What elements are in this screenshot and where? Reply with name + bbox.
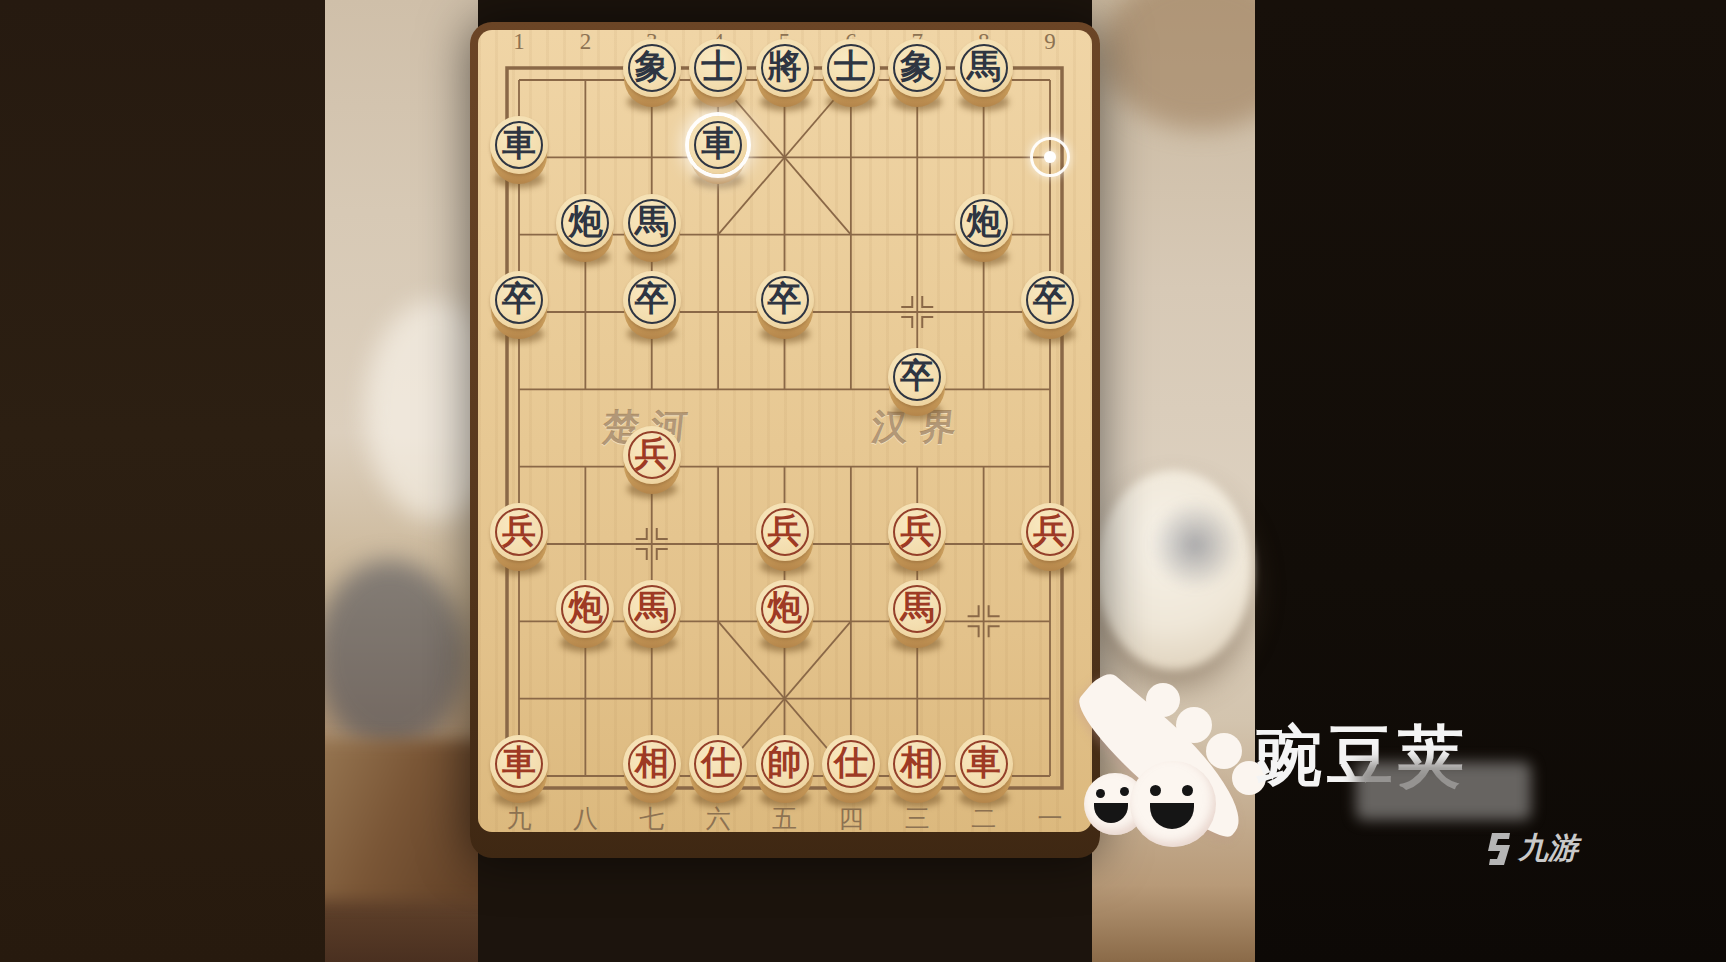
piece-red-soldier-file5-rank7[interactable]: 兵	[754, 501, 816, 575]
piece-face: 相	[888, 735, 946, 793]
piece-face: 象	[623, 39, 681, 97]
piece-face: 炮	[556, 580, 614, 638]
pea-face-large	[1130, 761, 1216, 847]
blurred-piece-character	[1150, 500, 1240, 590]
piece-character: 馬	[900, 591, 934, 625]
piece-black-soldier-file1-rank4[interactable]: 卒	[488, 269, 550, 343]
piece-black-advisor-file6-rank1[interactable]: 士	[820, 37, 882, 111]
piece-red-soldier-file3-rank6[interactable]: 兵	[621, 424, 683, 498]
piece-face: 兵	[756, 503, 814, 561]
piece-red-advisor-file4-rank10[interactable]: 仕	[687, 733, 749, 807]
file-label-top-9: 9	[1044, 29, 1056, 55]
wood-grain-texture	[478, 30, 1092, 832]
piece-face: 士	[689, 39, 747, 97]
piece-character: 帥	[768, 746, 802, 780]
piece-ring: 士	[694, 44, 742, 92]
piece-character: 車	[701, 127, 735, 161]
piece-character: 卒	[900, 359, 934, 393]
piece-ring: 炮	[561, 199, 609, 247]
piece-ring: 炮	[960, 199, 1008, 247]
piece-black-horse-file8-rank1[interactable]: 馬	[953, 37, 1015, 111]
piece-character: 仕	[834, 746, 868, 780]
piece-black-elephant-file7-rank1[interactable]: 象	[886, 37, 948, 111]
pod-bump	[1176, 707, 1212, 743]
last-move-origin-marker	[1030, 137, 1070, 177]
jiuyou-logo-text: 九游	[1518, 828, 1578, 869]
piece-black-soldier-file9-rank4[interactable]: 卒	[1019, 269, 1081, 343]
piece-black-horse-file3-rank3[interactable]: 馬	[621, 192, 683, 266]
piece-ring: 車	[694, 121, 742, 169]
piece-ring: 馬	[893, 585, 941, 633]
piece-character: 兵	[768, 514, 802, 548]
xiangqi-board[interactable]	[478, 30, 1092, 832]
piece-ring: 車	[495, 121, 543, 169]
piece-face: 卒	[623, 271, 681, 329]
piece-ring: 象	[893, 44, 941, 92]
piece-character: 炮	[568, 205, 602, 239]
piece-character: 卒	[635, 282, 669, 316]
piece-ring: 炮	[561, 585, 609, 633]
piece-black-advisor-file4-rank1[interactable]: 士	[687, 37, 749, 111]
piece-ring: 馬	[628, 585, 676, 633]
piece-red-soldier-file1-rank7[interactable]: 兵	[488, 501, 550, 575]
piece-ring: 兵	[1026, 508, 1074, 556]
piece-character: 炮	[568, 591, 602, 625]
piece-ring: 帥	[761, 740, 809, 788]
pod-bump	[1206, 733, 1242, 769]
piece-face: 相	[623, 735, 681, 793]
piece-ring: 馬	[628, 199, 676, 247]
xiangqi-app-screen: 123456789 九八七六五四三二一 楚河 汉界 象士將士象馬車車炮馬炮卒卒卒…	[0, 0, 1726, 962]
piece-ring: 兵	[761, 508, 809, 556]
piece-character: 相	[900, 746, 934, 780]
piece-black-soldier-file3-rank4[interactable]: 卒	[621, 269, 683, 343]
piece-ring: 相	[628, 740, 676, 788]
piece-ring: 卒	[761, 276, 809, 324]
piece-red-cannon-file2-rank8[interactable]: 炮	[554, 578, 616, 652]
piece-black-chariot-file1-rank2[interactable]: 車	[488, 114, 550, 188]
piece-ring: 卒	[495, 276, 543, 324]
piece-character: 炮	[967, 205, 1001, 239]
piece-ring: 象	[628, 44, 676, 92]
piece-character: 仕	[701, 746, 735, 780]
piece-face: 炮	[756, 580, 814, 638]
piece-black-elephant-file3-rank1[interactable]: 象	[621, 37, 683, 111]
piece-character: 將	[768, 50, 802, 84]
piece-character: 卒	[502, 282, 536, 316]
blurred-wood-top	[1102, 0, 1255, 130]
piece-ring: 將	[761, 44, 809, 92]
piece-character: 相	[635, 746, 669, 780]
piece-ring: 兵	[495, 508, 543, 556]
piece-face: 帥	[756, 735, 814, 793]
file-label-bottom-2: 八	[573, 802, 598, 835]
piece-red-soldier-file9-rank7[interactable]: 兵	[1019, 501, 1081, 575]
piece-black-soldier-file7-rank5[interactable]: 卒	[886, 346, 948, 420]
piece-character: 馬	[967, 50, 1001, 84]
piece-black-cannon-file8-rank3[interactable]: 炮	[953, 192, 1015, 266]
piece-face: 仕	[689, 735, 747, 793]
piece-character: 馬	[635, 205, 669, 239]
piece-face: 士	[822, 39, 880, 97]
piece-face: 將	[756, 39, 814, 97]
piece-character: 兵	[502, 514, 536, 548]
piece-character: 士	[701, 50, 735, 84]
piece-face: 象	[888, 39, 946, 97]
piece-red-horse-file7-rank8[interactable]: 馬	[886, 578, 948, 652]
piece-ring: 士	[827, 44, 875, 92]
jiuyou-logo-icon	[1484, 831, 1514, 867]
piece-ring: 兵	[628, 431, 676, 479]
piece-character: 象	[635, 50, 669, 84]
blurred-highlight	[365, 300, 478, 520]
piece-character: 車	[502, 127, 536, 161]
piece-character: 兵	[900, 514, 934, 548]
piece-character: 士	[834, 50, 868, 84]
piece-ring: 馬	[960, 44, 1008, 92]
jiuyou-logo: 九游	[1484, 828, 1578, 869]
file-label-bottom-9: 一	[1038, 802, 1063, 835]
piece-ring: 相	[893, 740, 941, 788]
watermark-blur-bar	[1356, 762, 1531, 820]
piece-face: 炮	[955, 194, 1013, 252]
piece-red-chariot-file1-rank10[interactable]: 車	[488, 733, 550, 807]
wandoujia-pea-mascot	[1072, 655, 1287, 880]
file-label-top-2: 2	[580, 29, 592, 55]
piece-character: 炮	[768, 591, 802, 625]
file-label-top-1: 1	[513, 29, 525, 55]
piece-face: 車	[955, 735, 1013, 793]
piece-black-general-file5-rank1[interactable]: 將	[754, 37, 816, 111]
piece-face: 仕	[822, 735, 880, 793]
piece-black-chariot-file4-rank2[interactable]: 車	[687, 114, 749, 188]
piece-face: 卒	[888, 348, 946, 406]
piece-face: 兵	[1021, 503, 1079, 561]
piece-face: 馬	[955, 39, 1013, 97]
piece-ring: 卒	[628, 276, 676, 324]
pod-bump	[1146, 683, 1180, 717]
piece-ring: 卒	[893, 353, 941, 401]
piece-ring: 仕	[827, 740, 875, 788]
piece-character: 兵	[635, 437, 669, 471]
piece-ring: 車	[495, 740, 543, 788]
piece-face: 卒	[490, 271, 548, 329]
piece-face: 卒	[1021, 271, 1079, 329]
piece-red-general-file5-rank10[interactable]: 帥	[754, 733, 816, 807]
piece-face: 兵	[623, 426, 681, 484]
piece-face: 兵	[888, 503, 946, 561]
blurred-photo-strip-left	[325, 0, 478, 962]
piece-character: 兵	[1033, 514, 1067, 548]
piece-red-elephant-file7-rank10[interactable]: 相	[886, 733, 948, 807]
piece-ring: 卒	[1026, 276, 1074, 324]
piece-black-cannon-file2-rank3[interactable]: 炮	[554, 192, 616, 266]
piece-red-elephant-file3-rank10[interactable]: 相	[621, 733, 683, 807]
piece-red-chariot-file8-rank10[interactable]: 車	[953, 733, 1015, 807]
piece-ring: 仕	[694, 740, 742, 788]
piece-ring: 車	[960, 740, 1008, 788]
piece-face: 卒	[756, 271, 814, 329]
piece-character: 車	[502, 746, 536, 780]
piece-character: 車	[967, 746, 1001, 780]
background-band-left	[0, 0, 325, 962]
piece-character: 卒	[768, 282, 802, 316]
piece-face: 馬	[623, 194, 681, 252]
piece-face: 車	[490, 735, 548, 793]
piece-face: 馬	[623, 580, 681, 638]
piece-red-cannon-file5-rank8[interactable]: 炮	[754, 578, 816, 652]
blurred-wood-grain	[325, 740, 478, 900]
piece-face: 兵	[490, 503, 548, 561]
piece-character: 象	[900, 50, 934, 84]
piece-black-soldier-file5-rank4[interactable]: 卒	[754, 269, 816, 343]
piece-red-horse-file3-rank8[interactable]: 馬	[621, 578, 683, 652]
piece-red-advisor-file6-rank10[interactable]: 仕	[820, 733, 882, 807]
piece-character: 卒	[1033, 282, 1067, 316]
piece-face: 車	[490, 116, 548, 174]
piece-red-soldier-file7-rank7[interactable]: 兵	[886, 501, 948, 575]
piece-face: 炮	[556, 194, 614, 252]
piece-ring: 炮	[761, 585, 809, 633]
blurred-piece-shadow	[325, 560, 465, 750]
piece-character: 馬	[635, 591, 669, 625]
piece-face: 馬	[888, 580, 946, 638]
piece-face: 車	[689, 116, 747, 174]
piece-ring: 兵	[893, 508, 941, 556]
